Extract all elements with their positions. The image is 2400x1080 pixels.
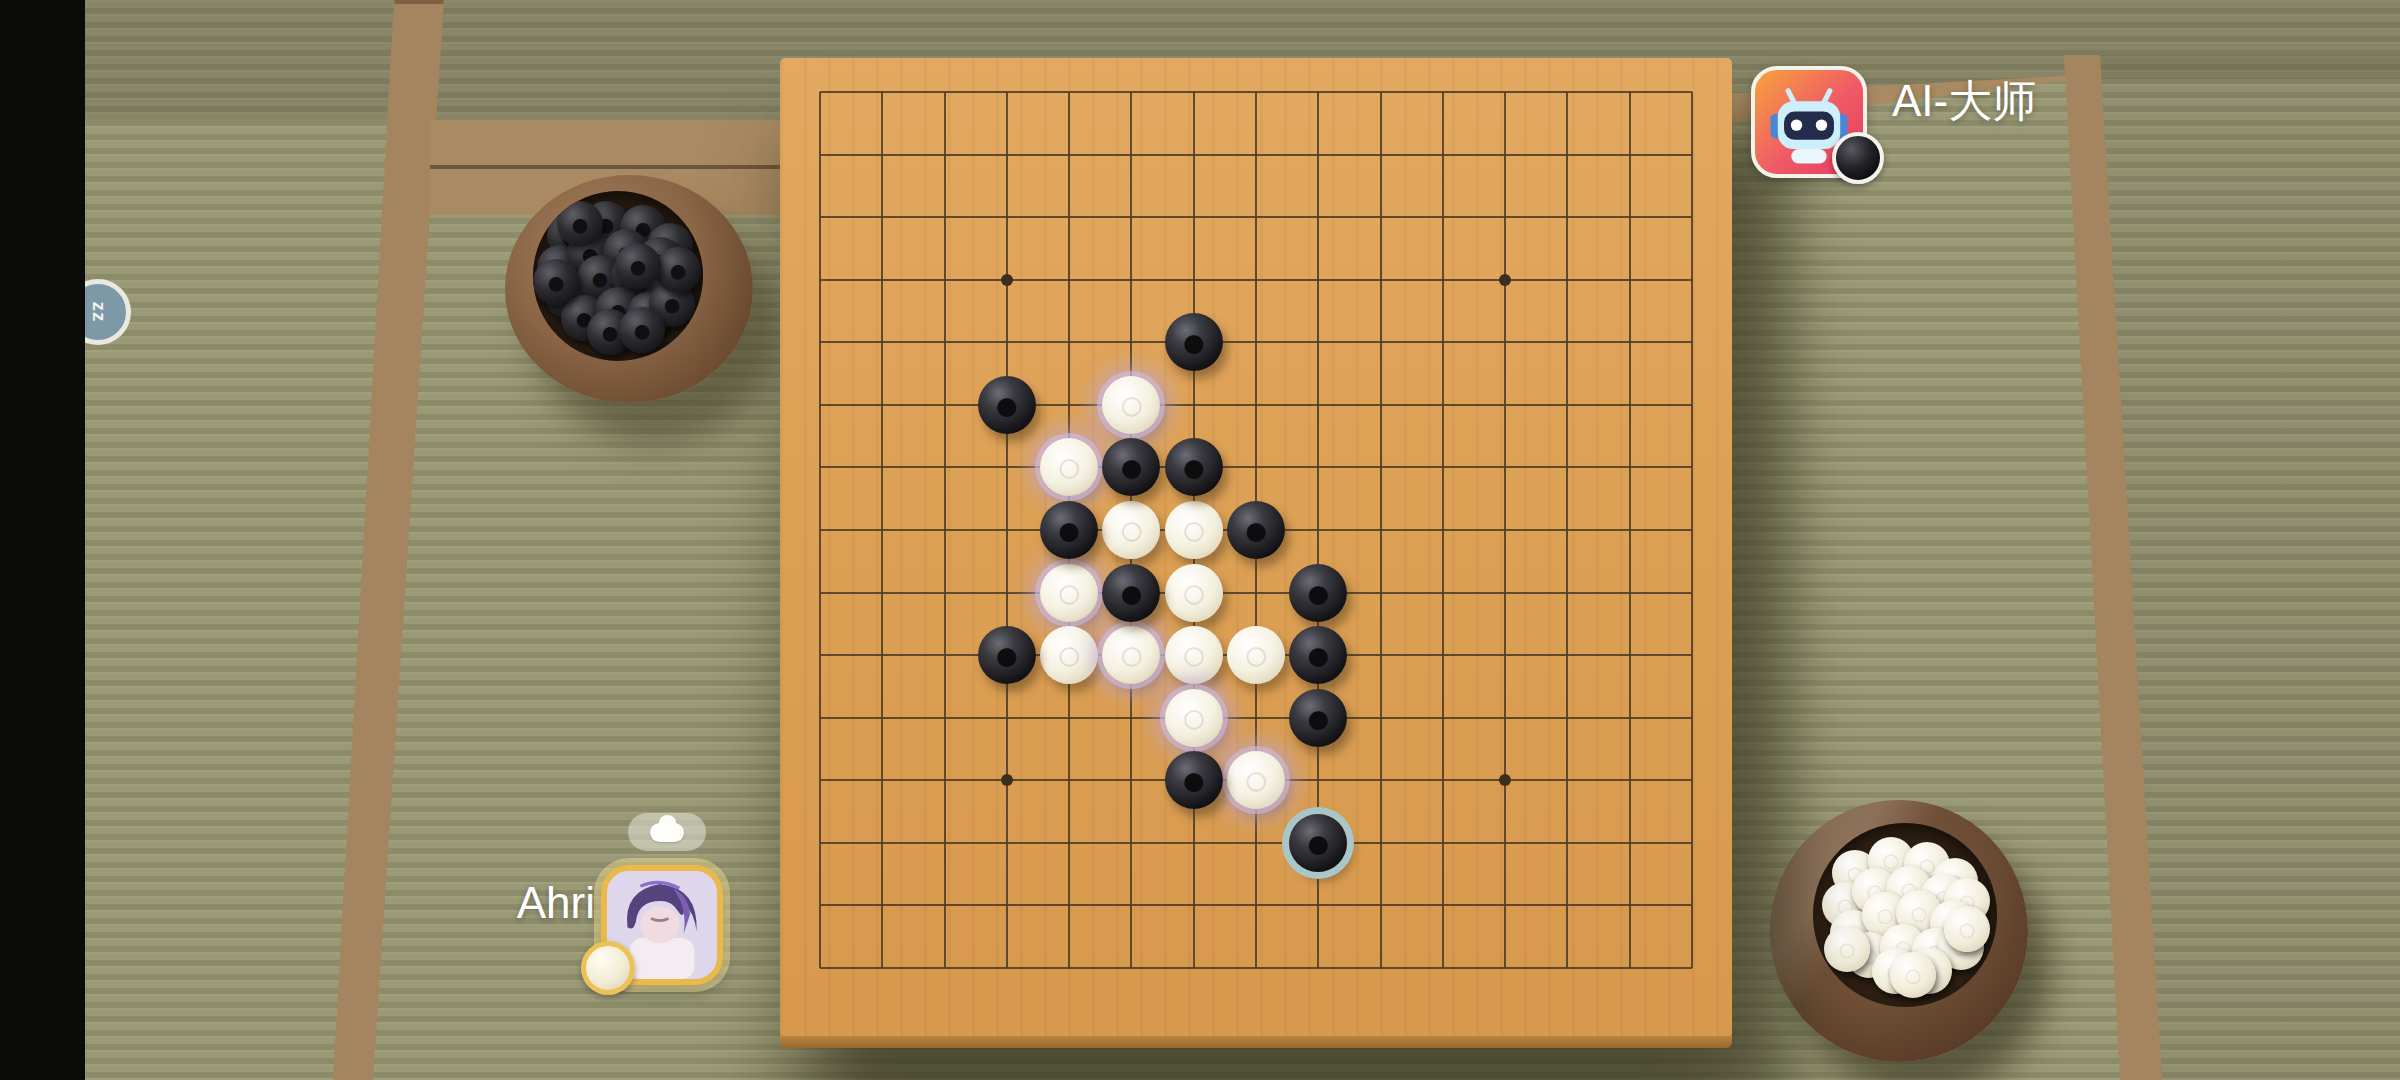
black-stone: ● (1165, 313, 1223, 371)
white-stone: ○ (1227, 751, 1285, 809)
grid-line (1504, 92, 1506, 968)
star-point (1499, 274, 1511, 286)
black-bowl-stone: ● (655, 247, 701, 293)
grid-line (1380, 92, 1382, 968)
grid-line (820, 842, 1692, 844)
grid-line (820, 717, 1692, 719)
black-stone: ● (1289, 564, 1347, 622)
sleep-button-label: zz (87, 302, 109, 323)
black-stone: ● (978, 626, 1036, 684)
black-stone: ● (1165, 751, 1223, 809)
black-stone: ● (1289, 626, 1347, 684)
white-stone: ○ (1040, 626, 1098, 684)
white-stone: ○ (1227, 626, 1285, 684)
opponent-black-stone-chip (1832, 132, 1884, 184)
white-stone: ○ (1165, 501, 1223, 559)
black-stone: ● (1102, 438, 1160, 496)
white-stone: ○ (1102, 501, 1160, 559)
black-stone: ● (1289, 689, 1347, 747)
letterbox-bar (0, 0, 85, 1080)
goban-board[interactable]: ○○○○○○○○○○○○●●●●●●●●●●●●● (780, 58, 1732, 1038)
star-point (1001, 274, 1013, 286)
white-stone: ○ (1040, 564, 1098, 622)
strip-seam (394, 0, 444, 4)
black-bowl-stone: ● (615, 243, 661, 289)
black-bowl-stone: ● (619, 307, 665, 353)
black-stone: ● (978, 376, 1036, 434)
star-point (1499, 774, 1511, 786)
star-point (1001, 774, 1013, 786)
opponent-name: AI-大师 (1892, 72, 2036, 131)
white-bowl-stone: ○ (1824, 926, 1870, 972)
white-stone-icon (650, 823, 684, 842)
black-bowl-stone: ● (533, 259, 579, 305)
grid-line (1442, 92, 1444, 968)
white-stone: ○ (1165, 689, 1223, 747)
grid-line (820, 592, 1692, 594)
game-screen: ●●●●●●●●●●●●●●●●●●●●●● ○○○○○○○○○○○○○○○○○… (0, 0, 2400, 1080)
board-grid[interactable]: ○○○○○○○○○○○○●●●●●●●●●●●●● (820, 92, 1692, 968)
black-bowl-opening: ●●●●●●●●●●●●●●●●●●●●●● (533, 191, 703, 361)
white-stone: ○ (1040, 438, 1098, 496)
strip-seam (430, 165, 810, 169)
white-stone: ○ (1165, 564, 1223, 622)
white-bowl-stone: ○ (1944, 906, 1990, 952)
black-stone: ● (1227, 501, 1285, 559)
grid-line (820, 967, 1692, 969)
white-stone: ○ (1102, 626, 1160, 684)
black-stone: ● (1040, 501, 1098, 559)
grid-line (1566, 92, 1568, 968)
white-stone: ○ (1102, 376, 1160, 434)
white-bowl-opening: ○○○○○○○○○○○○○○○○○○○○○○ (1813, 823, 1997, 1007)
black-stone: ● (1165, 438, 1223, 496)
grid-line (820, 904, 1692, 906)
player-white-stone-chip (581, 941, 635, 995)
white-turn-indicator-pill[interactable] (628, 813, 706, 851)
black-stone: ● (1289, 814, 1347, 872)
grid-line (1691, 92, 1693, 968)
grid-line (1629, 92, 1631, 968)
white-stone-bowl: ○○○○○○○○○○○○○○○○○○○○○○ (1770, 800, 2028, 1062)
white-stone: ○ (1165, 626, 1223, 684)
vertical-mat-strip-left (333, 0, 444, 1080)
white-bowl-stone: ○ (1890, 952, 1936, 998)
black-stone-bowl: ●●●●●●●●●●●●●●●●●●●●●● (505, 175, 753, 403)
player-name: Ahri (480, 878, 595, 928)
black-bowl-stone: ● (557, 201, 603, 247)
black-stone: ● (1102, 564, 1160, 622)
